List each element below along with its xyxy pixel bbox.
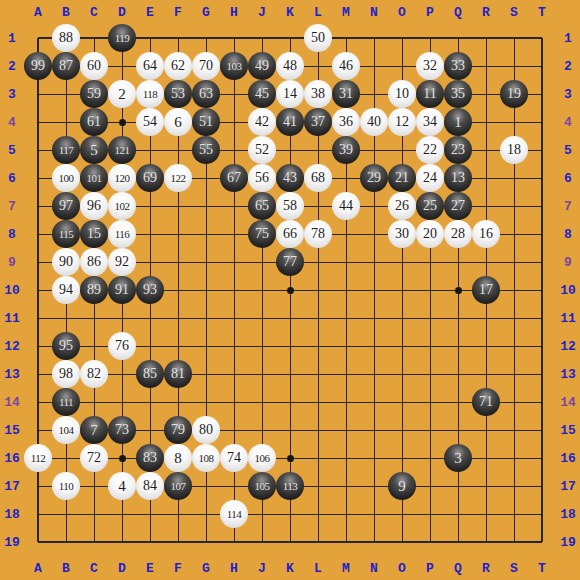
intersection-O13[interactable]: [388, 360, 416, 388]
intersection-M16[interactable]: [332, 444, 360, 472]
intersection-O17[interactable]: 9: [388, 472, 416, 500]
intersection-F5[interactable]: [164, 136, 192, 164]
intersection-A18[interactable]: [24, 500, 52, 528]
intersection-A14[interactable]: [24, 388, 52, 416]
intersection-P18[interactable]: [416, 500, 444, 528]
intersection-Q14[interactable]: [444, 388, 472, 416]
intersection-G16[interactable]: 108: [192, 444, 220, 472]
intersection-S12[interactable]: [500, 332, 528, 360]
intersection-K5[interactable]: [276, 136, 304, 164]
intersection-H12[interactable]: [220, 332, 248, 360]
intersection-A16[interactable]: 112: [24, 444, 52, 472]
intersection-C11[interactable]: [80, 304, 108, 332]
intersection-L13[interactable]: [304, 360, 332, 388]
intersection-C1[interactable]: [80, 24, 108, 52]
intersection-J14[interactable]: [248, 388, 276, 416]
intersection-F6[interactable]: 122: [164, 164, 192, 192]
intersection-A4[interactable]: [24, 108, 52, 136]
intersection-M17[interactable]: [332, 472, 360, 500]
intersection-G18[interactable]: [192, 500, 220, 528]
intersection-K18[interactable]: [276, 500, 304, 528]
intersection-H17[interactable]: [220, 472, 248, 500]
intersection-F1[interactable]: [164, 24, 192, 52]
intersection-S8[interactable]: [500, 220, 528, 248]
intersection-S15[interactable]: [500, 416, 528, 444]
intersection-F2[interactable]: 62: [164, 52, 192, 80]
intersection-J1[interactable]: [248, 24, 276, 52]
intersection-F12[interactable]: [164, 332, 192, 360]
intersection-B11[interactable]: [52, 304, 80, 332]
intersection-T16[interactable]: [528, 444, 556, 472]
intersection-B12[interactable]: 95: [52, 332, 80, 360]
intersection-G14[interactable]: [192, 388, 220, 416]
intersection-P16[interactable]: [416, 444, 444, 472]
intersection-D12[interactable]: 76: [108, 332, 136, 360]
intersection-C14[interactable]: [80, 388, 108, 416]
intersection-J11[interactable]: [248, 304, 276, 332]
intersection-R7[interactable]: [472, 192, 500, 220]
intersection-H2[interactable]: 103: [220, 52, 248, 80]
intersection-Q17[interactable]: [444, 472, 472, 500]
intersection-M11[interactable]: [332, 304, 360, 332]
intersection-N15[interactable]: [360, 416, 388, 444]
intersection-O14[interactable]: [388, 388, 416, 416]
intersection-S5[interactable]: 18: [500, 136, 528, 164]
intersection-P9[interactable]: [416, 248, 444, 276]
intersection-A15[interactable]: [24, 416, 52, 444]
intersection-R15[interactable]: [472, 416, 500, 444]
intersection-F11[interactable]: [164, 304, 192, 332]
intersection-E9[interactable]: [136, 248, 164, 276]
intersection-C5[interactable]: 5: [80, 136, 108, 164]
intersection-D7[interactable]: 102: [108, 192, 136, 220]
intersection-M9[interactable]: [332, 248, 360, 276]
intersection-H16[interactable]: 74: [220, 444, 248, 472]
intersection-C18[interactable]: [80, 500, 108, 528]
intersection-J2[interactable]: 49: [248, 52, 276, 80]
intersection-J12[interactable]: [248, 332, 276, 360]
intersection-G7[interactable]: [192, 192, 220, 220]
intersection-S6[interactable]: [500, 164, 528, 192]
intersection-D6[interactable]: 120: [108, 164, 136, 192]
intersection-A13[interactable]: [24, 360, 52, 388]
intersection-S4[interactable]: [500, 108, 528, 136]
intersection-Q19[interactable]: [444, 528, 472, 556]
intersection-G3[interactable]: 63: [192, 80, 220, 108]
intersection-S2[interactable]: [500, 52, 528, 80]
intersection-R4[interactable]: [472, 108, 500, 136]
intersection-T3[interactable]: [528, 80, 556, 108]
intersection-K8[interactable]: 66: [276, 220, 304, 248]
intersection-Q13[interactable]: [444, 360, 472, 388]
intersection-K17[interactable]: 113: [276, 472, 304, 500]
intersection-H8[interactable]: [220, 220, 248, 248]
intersection-N8[interactable]: [360, 220, 388, 248]
intersection-E5[interactable]: [136, 136, 164, 164]
intersection-N16[interactable]: [360, 444, 388, 472]
intersection-Q10[interactable]: [444, 276, 472, 304]
intersection-B2[interactable]: 87: [52, 52, 80, 80]
intersection-M2[interactable]: 46: [332, 52, 360, 80]
intersection-C19[interactable]: [80, 528, 108, 556]
intersection-Q18[interactable]: [444, 500, 472, 528]
intersection-D15[interactable]: 73: [108, 416, 136, 444]
intersection-B19[interactable]: [52, 528, 80, 556]
intersection-J17[interactable]: 105: [248, 472, 276, 500]
intersection-L7[interactable]: [304, 192, 332, 220]
intersection-H9[interactable]: [220, 248, 248, 276]
intersection-L15[interactable]: [304, 416, 332, 444]
intersection-Q7[interactable]: 27: [444, 192, 472, 220]
intersection-M3[interactable]: 31: [332, 80, 360, 108]
intersection-F10[interactable]: [164, 276, 192, 304]
intersection-B17[interactable]: 110: [52, 472, 80, 500]
intersection-G2[interactable]: 70: [192, 52, 220, 80]
intersection-H3[interactable]: [220, 80, 248, 108]
intersection-J5[interactable]: 52: [248, 136, 276, 164]
intersection-G4[interactable]: 51: [192, 108, 220, 136]
intersection-Q2[interactable]: 33: [444, 52, 472, 80]
intersection-K19[interactable]: [276, 528, 304, 556]
intersection-M10[interactable]: [332, 276, 360, 304]
intersection-L1[interactable]: 50: [304, 24, 332, 52]
intersection-C7[interactable]: 96: [80, 192, 108, 220]
intersection-L3[interactable]: 38: [304, 80, 332, 108]
intersection-N5[interactable]: [360, 136, 388, 164]
intersection-N9[interactable]: [360, 248, 388, 276]
intersection-F3[interactable]: 53: [164, 80, 192, 108]
intersection-P14[interactable]: [416, 388, 444, 416]
intersection-C6[interactable]: 101: [80, 164, 108, 192]
intersection-N11[interactable]: [360, 304, 388, 332]
intersection-L6[interactable]: 68: [304, 164, 332, 192]
intersection-K2[interactable]: 48: [276, 52, 304, 80]
intersection-Q8[interactable]: 28: [444, 220, 472, 248]
intersection-A1[interactable]: [24, 24, 52, 52]
intersection-T12[interactable]: [528, 332, 556, 360]
intersection-F15[interactable]: 79: [164, 416, 192, 444]
intersection-E1[interactable]: [136, 24, 164, 52]
intersection-L17[interactable]: [304, 472, 332, 500]
intersection-S18[interactable]: [500, 500, 528, 528]
intersection-E17[interactable]: 84: [136, 472, 164, 500]
intersection-Q4[interactable]: 1: [444, 108, 472, 136]
intersection-H13[interactable]: [220, 360, 248, 388]
intersection-O11[interactable]: [388, 304, 416, 332]
intersection-F16[interactable]: 8: [164, 444, 192, 472]
intersection-C2[interactable]: 60: [80, 52, 108, 80]
intersection-L9[interactable]: [304, 248, 332, 276]
intersection-N14[interactable]: [360, 388, 388, 416]
intersection-L16[interactable]: [304, 444, 332, 472]
intersection-M15[interactable]: [332, 416, 360, 444]
intersection-J16[interactable]: 106: [248, 444, 276, 472]
intersection-P17[interactable]: [416, 472, 444, 500]
intersection-G8[interactable]: [192, 220, 220, 248]
intersection-D4[interactable]: [108, 108, 136, 136]
intersection-E4[interactable]: 54: [136, 108, 164, 136]
intersection-B3[interactable]: [52, 80, 80, 108]
intersection-S7[interactable]: [500, 192, 528, 220]
intersection-D9[interactable]: 92: [108, 248, 136, 276]
intersection-K11[interactable]: [276, 304, 304, 332]
intersection-O10[interactable]: [388, 276, 416, 304]
intersection-G11[interactable]: [192, 304, 220, 332]
intersection-P5[interactable]: 22: [416, 136, 444, 164]
intersection-Q3[interactable]: 35: [444, 80, 472, 108]
intersection-E11[interactable]: [136, 304, 164, 332]
intersection-S19[interactable]: [500, 528, 528, 556]
intersection-O8[interactable]: 30: [388, 220, 416, 248]
intersection-M4[interactable]: 36: [332, 108, 360, 136]
intersection-J4[interactable]: 42: [248, 108, 276, 136]
intersection-G10[interactable]: [192, 276, 220, 304]
intersection-L4[interactable]: 37: [304, 108, 332, 136]
intersection-D18[interactable]: [108, 500, 136, 528]
intersection-A2[interactable]: 99: [24, 52, 52, 80]
intersection-T10[interactable]: [528, 276, 556, 304]
intersection-T5[interactable]: [528, 136, 556, 164]
intersection-O2[interactable]: [388, 52, 416, 80]
intersection-H6[interactable]: 67: [220, 164, 248, 192]
intersection-O4[interactable]: 12: [388, 108, 416, 136]
intersection-C4[interactable]: 61: [80, 108, 108, 136]
intersection-P10[interactable]: [416, 276, 444, 304]
intersection-P12[interactable]: [416, 332, 444, 360]
intersection-T1[interactable]: [528, 24, 556, 52]
intersection-A12[interactable]: [24, 332, 52, 360]
intersection-O12[interactable]: [388, 332, 416, 360]
intersection-P15[interactable]: [416, 416, 444, 444]
intersection-N13[interactable]: [360, 360, 388, 388]
intersection-P3[interactable]: 11: [416, 80, 444, 108]
intersection-N17[interactable]: [360, 472, 388, 500]
intersection-J13[interactable]: [248, 360, 276, 388]
intersection-S10[interactable]: [500, 276, 528, 304]
intersection-D16[interactable]: [108, 444, 136, 472]
intersection-D8[interactable]: 116: [108, 220, 136, 248]
intersection-B13[interactable]: 98: [52, 360, 80, 388]
intersection-M7[interactable]: 44: [332, 192, 360, 220]
intersection-L2[interactable]: [304, 52, 332, 80]
intersection-S3[interactable]: 19: [500, 80, 528, 108]
intersection-D19[interactable]: [108, 528, 136, 556]
intersection-T13[interactable]: [528, 360, 556, 388]
intersection-J8[interactable]: 75: [248, 220, 276, 248]
intersection-B4[interactable]: [52, 108, 80, 136]
intersection-H7[interactable]: [220, 192, 248, 220]
intersection-E16[interactable]: 83: [136, 444, 164, 472]
intersection-P19[interactable]: [416, 528, 444, 556]
intersection-P13[interactable]: [416, 360, 444, 388]
intersection-N6[interactable]: 29: [360, 164, 388, 192]
intersection-C12[interactable]: [80, 332, 108, 360]
intersection-L18[interactable]: [304, 500, 332, 528]
intersection-M1[interactable]: [332, 24, 360, 52]
intersection-T9[interactable]: [528, 248, 556, 276]
intersection-J19[interactable]: [248, 528, 276, 556]
intersection-N2[interactable]: [360, 52, 388, 80]
intersection-K13[interactable]: [276, 360, 304, 388]
intersection-G15[interactable]: 80: [192, 416, 220, 444]
intersection-M12[interactable]: [332, 332, 360, 360]
intersection-M14[interactable]: [332, 388, 360, 416]
intersection-R13[interactable]: [472, 360, 500, 388]
intersection-E8[interactable]: [136, 220, 164, 248]
intersection-T18[interactable]: [528, 500, 556, 528]
intersection-R10[interactable]: 17: [472, 276, 500, 304]
intersection-P4[interactable]: 34: [416, 108, 444, 136]
intersection-O7[interactable]: 26: [388, 192, 416, 220]
intersection-A7[interactable]: [24, 192, 52, 220]
intersection-T14[interactable]: [528, 388, 556, 416]
intersection-B15[interactable]: 104: [52, 416, 80, 444]
intersection-B10[interactable]: 94: [52, 276, 80, 304]
intersection-A10[interactable]: [24, 276, 52, 304]
intersection-R1[interactable]: [472, 24, 500, 52]
intersection-O1[interactable]: [388, 24, 416, 52]
intersection-E6[interactable]: 69: [136, 164, 164, 192]
intersection-T4[interactable]: [528, 108, 556, 136]
intersection-E18[interactable]: [136, 500, 164, 528]
intersection-N4[interactable]: 40: [360, 108, 388, 136]
intersection-B18[interactable]: [52, 500, 80, 528]
intersection-R8[interactable]: 16: [472, 220, 500, 248]
intersection-G12[interactable]: [192, 332, 220, 360]
intersection-C16[interactable]: 72: [80, 444, 108, 472]
intersection-D17[interactable]: 4: [108, 472, 136, 500]
intersection-J7[interactable]: 65: [248, 192, 276, 220]
intersection-J18[interactable]: [248, 500, 276, 528]
intersection-Q16[interactable]: 3: [444, 444, 472, 472]
intersection-T8[interactable]: [528, 220, 556, 248]
intersection-H19[interactable]: [220, 528, 248, 556]
intersection-N7[interactable]: [360, 192, 388, 220]
intersection-L10[interactable]: [304, 276, 332, 304]
intersection-A8[interactable]: [24, 220, 52, 248]
intersection-E14[interactable]: [136, 388, 164, 416]
intersection-N18[interactable]: [360, 500, 388, 528]
intersection-Q12[interactable]: [444, 332, 472, 360]
intersection-G19[interactable]: [192, 528, 220, 556]
intersection-S9[interactable]: [500, 248, 528, 276]
intersection-N1[interactable]: [360, 24, 388, 52]
intersection-T11[interactable]: [528, 304, 556, 332]
intersection-M5[interactable]: 39: [332, 136, 360, 164]
intersection-B6[interactable]: 100: [52, 164, 80, 192]
intersection-E19[interactable]: [136, 528, 164, 556]
intersection-G1[interactable]: [192, 24, 220, 52]
intersection-D2[interactable]: [108, 52, 136, 80]
intersection-A19[interactable]: [24, 528, 52, 556]
intersection-K1[interactable]: [276, 24, 304, 52]
intersection-Q15[interactable]: [444, 416, 472, 444]
intersection-B8[interactable]: 115: [52, 220, 80, 248]
intersection-J10[interactable]: [248, 276, 276, 304]
intersection-M19[interactable]: [332, 528, 360, 556]
intersection-F19[interactable]: [164, 528, 192, 556]
intersection-J9[interactable]: [248, 248, 276, 276]
intersection-M13[interactable]: [332, 360, 360, 388]
intersection-R19[interactable]: [472, 528, 500, 556]
intersection-L11[interactable]: [304, 304, 332, 332]
intersection-C8[interactable]: 15: [80, 220, 108, 248]
intersection-F14[interactable]: [164, 388, 192, 416]
intersection-T2[interactable]: [528, 52, 556, 80]
intersection-C3[interactable]: 59: [80, 80, 108, 108]
intersection-J6[interactable]: 56: [248, 164, 276, 192]
intersection-M6[interactable]: [332, 164, 360, 192]
intersection-K16[interactable]: [276, 444, 304, 472]
intersection-N19[interactable]: [360, 528, 388, 556]
intersection-F7[interactable]: [164, 192, 192, 220]
intersection-B1[interactable]: 88: [52, 24, 80, 52]
intersection-A11[interactable]: [24, 304, 52, 332]
intersection-R12[interactable]: [472, 332, 500, 360]
intersection-M18[interactable]: [332, 500, 360, 528]
intersection-E10[interactable]: 93: [136, 276, 164, 304]
intersection-B14[interactable]: 111: [52, 388, 80, 416]
intersection-R2[interactable]: [472, 52, 500, 80]
intersection-F8[interactable]: [164, 220, 192, 248]
intersection-O5[interactable]: [388, 136, 416, 164]
intersection-G6[interactable]: [192, 164, 220, 192]
intersection-H14[interactable]: [220, 388, 248, 416]
intersection-L12[interactable]: [304, 332, 332, 360]
intersection-A3[interactable]: [24, 80, 52, 108]
intersection-R11[interactable]: [472, 304, 500, 332]
intersection-Q11[interactable]: [444, 304, 472, 332]
intersection-J3[interactable]: 45: [248, 80, 276, 108]
intersection-R6[interactable]: [472, 164, 500, 192]
intersection-O9[interactable]: [388, 248, 416, 276]
intersection-E12[interactable]: [136, 332, 164, 360]
intersection-K14[interactable]: [276, 388, 304, 416]
intersection-R16[interactable]: [472, 444, 500, 472]
intersection-B16[interactable]: [52, 444, 80, 472]
intersection-C10[interactable]: 89: [80, 276, 108, 304]
intersection-A17[interactable]: [24, 472, 52, 500]
intersection-R17[interactable]: [472, 472, 500, 500]
intersection-T19[interactable]: [528, 528, 556, 556]
intersection-K10[interactable]: [276, 276, 304, 304]
intersection-C13[interactable]: 82: [80, 360, 108, 388]
intersection-P11[interactable]: [416, 304, 444, 332]
intersection-E15[interactable]: [136, 416, 164, 444]
intersection-F4[interactable]: 6: [164, 108, 192, 136]
intersection-D5[interactable]: 121: [108, 136, 136, 164]
intersection-J15[interactable]: [248, 416, 276, 444]
intersection-S13[interactable]: [500, 360, 528, 388]
intersection-R3[interactable]: [472, 80, 500, 108]
intersection-C15[interactable]: 7: [80, 416, 108, 444]
intersection-A6[interactable]: [24, 164, 52, 192]
intersection-K12[interactable]: [276, 332, 304, 360]
intersection-E3[interactable]: 118: [136, 80, 164, 108]
intersection-Q1[interactable]: [444, 24, 472, 52]
intersection-G5[interactable]: 55: [192, 136, 220, 164]
intersection-G9[interactable]: [192, 248, 220, 276]
intersection-K15[interactable]: [276, 416, 304, 444]
intersection-T15[interactable]: [528, 416, 556, 444]
intersection-S14[interactable]: [500, 388, 528, 416]
intersection-D14[interactable]: [108, 388, 136, 416]
intersection-O16[interactable]: [388, 444, 416, 472]
intersection-Q5[interactable]: 23: [444, 136, 472, 164]
intersection-D13[interactable]: [108, 360, 136, 388]
intersection-R5[interactable]: [472, 136, 500, 164]
intersection-S11[interactable]: [500, 304, 528, 332]
